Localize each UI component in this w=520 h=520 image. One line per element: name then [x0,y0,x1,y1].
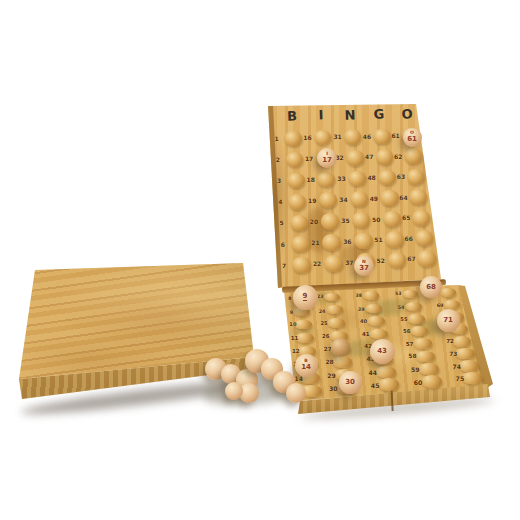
hole-label-7: 7 [282,263,286,269]
hole-label-40: 40 [360,319,367,324]
hole-label-34: 34 [339,197,347,203]
hole-73 [455,348,475,359]
hole-label-20: 20 [310,219,318,225]
hole-label-21: 21 [311,240,319,246]
hole-label-17: 17 [305,156,313,162]
hole-41 [369,329,388,339]
hole-label-4: 4 [278,199,282,205]
hole-69 [443,300,460,309]
hole-label-12: 12 [292,349,300,355]
hole-55 [407,314,425,324]
hole-label-31: 31 [333,134,341,140]
hole-label-30: 30 [329,386,338,392]
hole-1 [284,131,301,146]
hole-label-10: 10 [289,323,296,328]
hole-label-19: 19 [308,198,316,204]
bingo-ball-43[interactable]: 43 [370,339,395,364]
hole-label-14: 14 [295,376,303,382]
hole-label-45: 45 [371,383,380,389]
hole-label-36: 36 [343,239,351,245]
hole-label-16: 16 [303,135,311,141]
hole-label-11: 11 [291,336,299,341]
hole-label-54: 54 [398,305,405,310]
ball-number: 37 [359,265,369,272]
hole-34 [350,191,368,207]
hole-label-37: 37 [345,260,353,266]
hole-48 [378,170,396,186]
hole-label-74: 74 [452,364,460,370]
hole-6 [291,236,310,253]
header-letter-N: N [345,107,356,122]
ball-number: 17 [322,157,332,164]
hole-label-23: 23 [317,295,323,300]
hole-label-66: 66 [405,236,413,242]
hole-label-67: 67 [407,256,415,262]
hole-7 [292,257,311,274]
hole-label-39: 39 [358,306,365,311]
hole-label-57: 57 [406,342,414,348]
hole-label-49: 49 [370,196,378,202]
hole-64 [409,189,427,205]
hole-62 [404,148,422,164]
hole-label-72: 72 [446,339,454,345]
bingo-ball-30[interactable]: 30 [339,371,362,394]
hole-label-25: 25 [320,321,327,326]
hole-label-33: 33 [337,176,345,182]
hole-label-62: 62 [394,154,402,160]
hole-2 [286,152,304,168]
hole-label-65: 65 [402,215,410,221]
ball-number: 61 [407,136,417,143]
hole-57 [413,338,432,349]
hole-label-41: 41 [362,332,370,337]
hole-33 [348,171,366,187]
hole-label-5: 5 [279,220,283,226]
hole-72 [452,336,471,347]
hole-66 [415,230,434,247]
bingo-ball-68[interactable]: 68 [420,276,442,298]
hole-label-29: 29 [327,373,335,379]
hole-label-38: 38 [356,294,362,299]
hole-18 [317,172,335,188]
hole-label-61: 61 [391,133,399,139]
hole-3 [287,173,305,189]
hole-label-53: 53 [395,292,401,297]
hole-label-59: 59 [411,367,419,373]
hole-40 [367,316,385,326]
hole-56 [410,326,429,336]
hole-32 [346,150,364,166]
ball-number: 71 [443,317,453,324]
hole-label-75: 75 [456,376,465,382]
hole-50 [383,211,401,227]
hole-label-28: 28 [325,360,333,366]
hole-38 [363,291,379,299]
header-letter-O: O [401,106,413,121]
hole-label-56: 56 [403,330,411,335]
hole-label-48: 48 [367,175,375,181]
hole-59 [418,363,439,375]
hole-label-46: 46 [363,134,371,140]
bingo-set-photo: BINGO12345671617181920212231323334353637… [0,0,520,520]
hole-label-69: 69 [437,303,444,308]
hole-5 [290,215,308,231]
hole-label-26: 26 [322,334,330,339]
bingo-ball-I-17[interactable]: I17 [317,148,337,168]
hole-label-22: 22 [313,261,321,267]
bingo-ball-B-14[interactable]: B14 [295,354,318,377]
hole-label-73: 73 [449,352,457,358]
ball-number: 30 [345,379,355,386]
hole-58 [415,351,435,362]
hole-25 [327,318,345,328]
hole-51 [385,231,404,248]
hole-label-64: 64 [399,195,407,201]
ball-number: 9 [303,293,308,301]
header-letter-B: B [286,108,296,123]
hole-4 [288,194,306,210]
hole-60 [421,375,443,388]
hole-label-18: 18 [306,177,314,183]
hole-label-51: 51 [374,237,382,243]
hole-label-1: 1 [274,136,278,142]
hole-10 [294,320,312,330]
hole-16 [314,130,331,145]
hole-46 [373,129,390,144]
hole-68 [440,288,456,296]
loose-bingo-ball[interactable] [225,382,243,400]
hole-label-58: 58 [408,354,416,360]
hole-36 [354,233,373,250]
hole-28 [332,356,352,367]
hole-47 [376,149,394,165]
hole-65 [412,210,430,226]
ball-number: 68 [426,284,436,291]
hole-19 [319,192,337,208]
hole-31 [344,129,361,144]
hole-35 [352,212,370,228]
hole-67 [417,250,436,267]
hole-21 [322,234,341,251]
hole-74 [458,360,479,372]
hole-52 [388,252,407,269]
hole-label-52: 52 [377,258,385,264]
hole-label-35: 35 [341,218,349,224]
hole-44 [375,366,396,378]
hole-63 [407,169,425,185]
hole-label-55: 55 [400,317,407,322]
hole-20 [321,213,339,229]
hole-49 [380,190,398,206]
hole-label-2: 2 [276,157,280,163]
hole-75 [461,372,483,385]
hole-label-9: 9 [290,310,293,315]
hole-22 [324,255,343,272]
hole-label-8: 8 [288,296,291,301]
ball-number: 43 [377,348,387,355]
ball-number: 14 [301,364,311,371]
hole-45 [378,378,400,391]
hole-label-50: 50 [372,217,380,223]
hole-label-3: 3 [277,178,281,184]
hole-24 [326,305,343,314]
header-letter-G: G [374,107,385,122]
bingo-ball-9[interactable]: 9 [293,285,318,310]
bingo-ball-71[interactable]: 71 [437,309,460,332]
hole-label-63: 63 [397,174,405,180]
hole-label-60: 60 [414,379,423,385]
hole-39 [365,304,382,313]
header-letter-I: I [318,108,323,123]
hole-label-24: 24 [319,308,326,313]
hole-23 [324,293,340,301]
hole-label-47: 47 [365,154,373,160]
hole-54 [405,302,422,311]
bingo-ball-blank[interactable] [331,338,350,357]
hole-label-6: 6 [281,242,285,248]
board-contents: BINGO12345671617181920212231323334353637… [0,0,520,520]
hole-label-44: 44 [369,370,377,376]
bingo-ball-O-61[interactable]: O61 [403,128,422,147]
loose-bingo-ball[interactable] [286,383,306,403]
bingo-ball-N-37[interactable]: N37 [354,256,374,276]
hole-53 [402,290,418,298]
